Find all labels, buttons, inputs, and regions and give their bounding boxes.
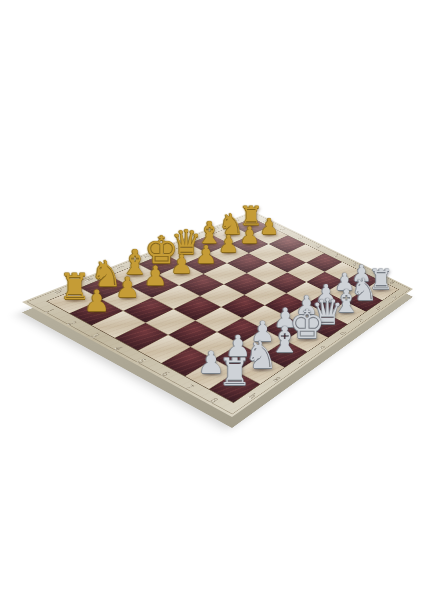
board-squares: [46, 218, 399, 403]
chess-board: 12345678 12345678 abcdefgh abcdefgh: [22, 211, 413, 417]
chess-set-photo: 12345678 12345678 abcdefgh abcdefgh ♜♞♟♝…: [0, 0, 424, 600]
